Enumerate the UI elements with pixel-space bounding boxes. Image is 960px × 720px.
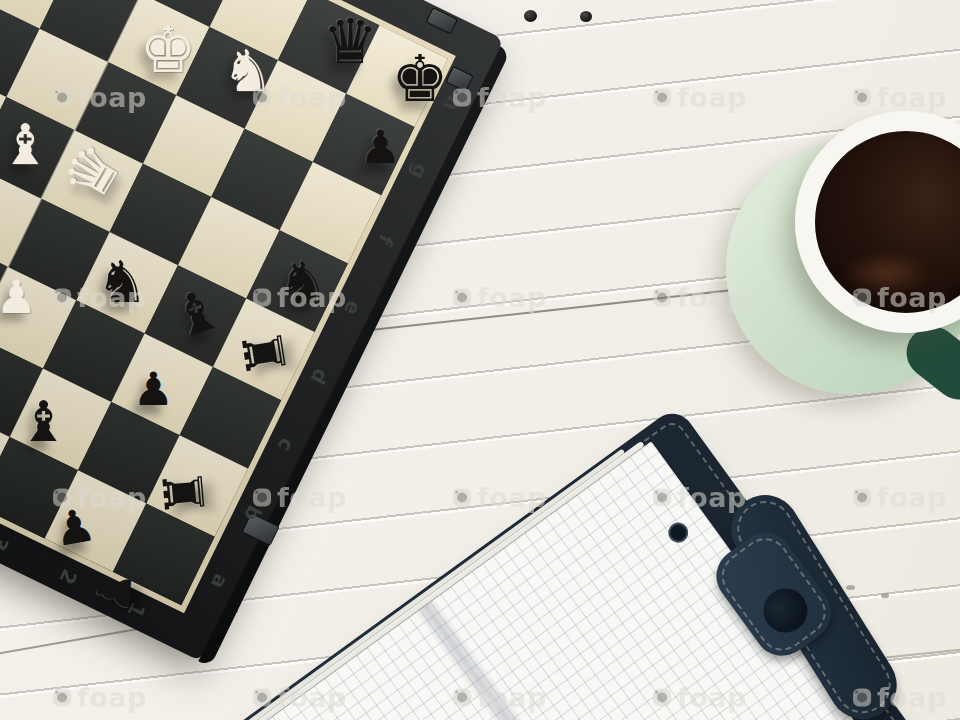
piece-black-pawn: ♟	[133, 366, 174, 412]
piece-black-rook: ♜	[235, 325, 296, 381]
piece-white-bishop: ♝	[0, 117, 50, 173]
file-label-a: a	[206, 570, 233, 593]
piece-black-pawn: ♟	[89, 570, 138, 615]
table-speck	[881, 593, 889, 598]
rank-label-2: 2	[54, 565, 82, 588]
rank-label-3: 3	[0, 532, 14, 555]
piece-black-bishop: ♝	[18, 394, 68, 450]
piece-black-knight: ♞	[278, 254, 330, 312]
piece-black-pawn: ♟	[50, 501, 99, 553]
tea-surface-highlight	[842, 250, 932, 296]
piece-black-queen: ♛	[322, 11, 378, 73]
table-knob	[524, 10, 537, 22]
piece-white-knight: ♞	[222, 42, 274, 100]
piece-black-knight: ♞	[96, 253, 148, 311]
piece-black-rook: ♜	[156, 466, 214, 519]
board-clasp	[445, 66, 474, 92]
piece-black-king: ♚	[391, 47, 448, 111]
file-label-g: g	[405, 160, 433, 183]
table-speck	[846, 585, 855, 590]
file-label-e: e	[339, 297, 367, 320]
file-label-c: c	[273, 434, 300, 455]
file-label-d: d	[306, 365, 334, 388]
photo-stage: abcdefgh12345678 ♚♞♝♛♟♚♛♟♞♜♝♞♟♝♟♜♟	[0, 0, 960, 720]
piece-white-pawn: ♟	[0, 274, 37, 320]
piece-black-pawn: ♟	[360, 124, 401, 170]
piece-white-king: ♚	[140, 18, 197, 82]
table-knob	[580, 11, 592, 22]
file-label-f: f	[373, 231, 398, 249]
